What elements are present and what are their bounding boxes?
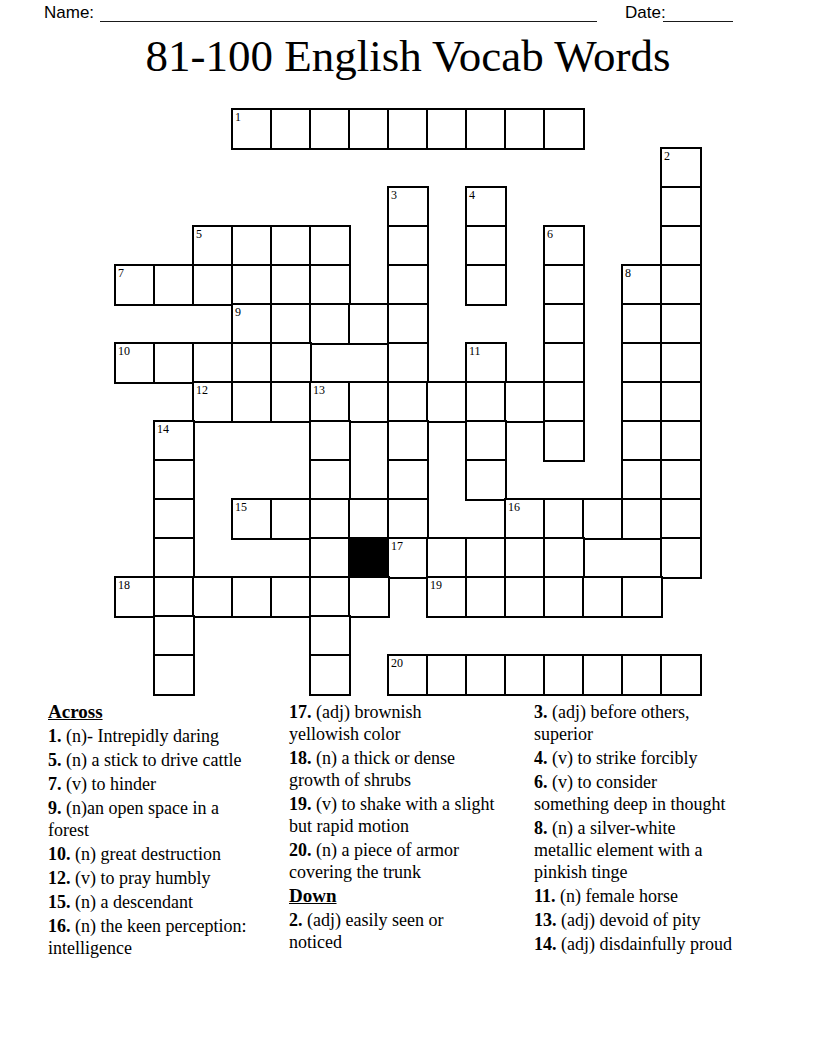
grid-cell[interactable] — [153, 264, 195, 306]
grid-cell[interactable] — [348, 303, 390, 345]
clue-text-line: (n) the keen perception: — [75, 916, 246, 936]
grid-cell[interactable] — [231, 381, 273, 423]
grid-cell[interactable] — [309, 225, 351, 267]
clue-down-2: 2. (adj) easily seen ornoticed — [289, 909, 541, 953]
clue-number-label: 13. — [534, 910, 557, 930]
clue-text-line: (adj) brownish — [316, 702, 421, 722]
name-input-line[interactable] — [100, 4, 597, 22]
clue-text-line: superior — [534, 724, 593, 744]
grid-cell[interactable] — [348, 498, 390, 540]
clue-number-label: 3. — [534, 702, 548, 722]
grid-cell[interactable] — [387, 459, 429, 501]
grid-cell[interactable] — [309, 420, 351, 462]
clue-number-label: 20. — [289, 840, 312, 860]
grid-clue-number: 14 — [157, 423, 169, 435]
grid-cell[interactable] — [660, 186, 702, 228]
grid-cell[interactable] — [465, 420, 507, 462]
grid-cell[interactable] — [660, 654, 702, 696]
grid-clue-number: 9 — [235, 306, 241, 318]
clue-text-line: (n)- Intrepidly daring — [66, 726, 219, 746]
clue-across-20: 20. (n) a piece of armorcovering the tru… — [289, 839, 541, 883]
grid-cell[interactable] — [270, 381, 312, 423]
grid-clue-number: 13 — [313, 384, 325, 396]
grid-cell[interactable] — [504, 537, 546, 579]
grid-clue-number: 15 — [235, 501, 247, 513]
clue-number-label: 14. — [534, 934, 557, 954]
grid-cell[interactable] — [465, 264, 507, 306]
down-heading: Down — [289, 885, 541, 907]
clue-text-line: (v) to hinder — [66, 774, 156, 794]
grid-cell[interactable] — [543, 108, 585, 150]
grid-cell[interactable] — [387, 264, 429, 306]
clues-column-2: 17. (adj) brownishyellowish color18. (n)… — [289, 701, 541, 955]
grid-cell[interactable] — [387, 498, 429, 540]
crossword-grid: 1234567891011121314151617181920 — [114, 108, 704, 698]
grid-cell[interactable] — [543, 654, 585, 696]
clue-number-label: 15. — [48, 892, 71, 912]
grid-cell[interactable] — [387, 420, 429, 462]
grid-cell[interactable] — [231, 342, 273, 384]
grid-cell[interactable] — [270, 498, 312, 540]
clue-text-line: (adj) devoid of pity — [561, 910, 700, 930]
grid-cell[interactable] — [582, 576, 624, 618]
grid-clue-number: 2 — [664, 150, 670, 162]
grid-cell[interactable] — [270, 108, 312, 150]
grid-cell[interactable] — [660, 420, 702, 462]
clue-text-line: (n) a silver-white — [552, 818, 676, 838]
grid-cell[interactable] — [660, 303, 702, 345]
grid-clue-number: 19 — [430, 579, 442, 591]
grid-cell-black — [348, 537, 390, 579]
clue-number-label: 16. — [48, 916, 71, 936]
date-label: Date: — [625, 3, 666, 23]
clue-number-label: 12. — [48, 868, 71, 888]
clue-text-line: (v) to consider — [552, 772, 657, 792]
clues-column-1: Across1. (n)- Intrepidly daring5. (n) a … — [48, 701, 274, 961]
clue-across-16: 16. (n) the keen perception:intelligence — [48, 915, 274, 959]
grid-cell[interactable] — [465, 381, 507, 423]
grid-cell[interactable] — [543, 420, 585, 462]
grid-cell[interactable] — [543, 381, 585, 423]
clue-text-line: yellowish color — [289, 724, 400, 744]
grid-cell[interactable] — [660, 381, 702, 423]
clue-text-line: (n) great destruction — [75, 844, 221, 864]
clue-down-14: 14. (adj) disdainfully proud — [534, 933, 784, 955]
clue-down-11: 11. (n) female horse — [534, 885, 784, 907]
grid-cell[interactable] — [504, 108, 546, 150]
across-heading: Across — [48, 701, 274, 723]
clue-number-label: 7. — [48, 774, 62, 794]
grid-cell[interactable] — [621, 498, 663, 540]
clue-text-line: intelligence — [48, 938, 132, 958]
grid-cell[interactable] — [621, 381, 663, 423]
clue-text-line: (n) a thick or dense — [316, 748, 455, 768]
grid-cell[interactable] — [426, 381, 468, 423]
clue-down-8: 8. (n) a silver-whitemetallic element wi… — [534, 817, 784, 883]
clue-across-5: 5. (n) a stick to drive cattle — [48, 749, 274, 771]
grid-clue-number: 7 — [118, 267, 124, 279]
grid-clue-number: 1 — [235, 111, 241, 123]
clue-text-line: growth of shrubs — [289, 770, 411, 790]
grid-cell[interactable] — [309, 537, 351, 579]
grid-cell[interactable] — [192, 342, 234, 384]
clue-across-19: 19. (v) to shake with a slightbut rapid … — [289, 793, 541, 837]
grid-cell[interactable] — [621, 459, 663, 501]
grid-cell[interactable] — [192, 576, 234, 618]
grid-cell[interactable] — [621, 576, 663, 618]
clue-number-label: 6. — [534, 772, 548, 792]
clue-number-label: 1. — [48, 726, 62, 746]
clue-number-label: 4. — [534, 748, 548, 768]
grid-cell[interactable] — [153, 342, 195, 384]
grid-cell[interactable] — [309, 459, 351, 501]
grid-cell[interactable] — [270, 576, 312, 618]
clue-across-10: 10. (n) great destruction — [48, 843, 274, 865]
grid-cell[interactable] — [504, 654, 546, 696]
clue-text-line: noticed — [289, 932, 342, 952]
clue-number-label: 9. — [48, 798, 62, 818]
grid-cell[interactable] — [543, 264, 585, 306]
grid-clue-number: 6 — [547, 228, 553, 240]
date-input-line[interactable] — [663, 4, 733, 22]
clue-text-line: (n) female horse — [560, 886, 678, 906]
grid-cell[interactable] — [153, 537, 195, 579]
clues-column-3: 3. (adj) before others,superior4. (v) to… — [534, 701, 784, 957]
grid-clue-number: 17 — [391, 540, 403, 552]
grid-cell[interactable] — [543, 576, 585, 618]
grid-cell[interactable] — [153, 459, 195, 501]
clue-text-line: (n) a stick to drive cattle — [66, 750, 241, 770]
grid-cell[interactable] — [621, 420, 663, 462]
clue-down-13: 13. (adj) devoid of pity — [534, 909, 784, 931]
grid-clue-number: 5 — [196, 228, 202, 240]
grid-clue-number: 10 — [118, 345, 130, 357]
clue-number-label: 18. — [289, 748, 312, 768]
grid-cell[interactable] — [309, 303, 351, 345]
grid-cell[interactable] — [543, 537, 585, 579]
grid-cell[interactable] — [387, 225, 429, 267]
grid-cell[interactable] — [504, 381, 546, 423]
clue-text-line: (n) a descendant — [75, 892, 193, 912]
grid-cell[interactable] — [660, 225, 702, 267]
clue-number-label: 17. — [289, 702, 312, 722]
clue-text-line: but rapid motion — [289, 816, 409, 836]
clue-number-label: 11. — [534, 886, 556, 906]
clue-text-line: forest — [48, 820, 89, 840]
grid-cell[interactable] — [504, 576, 546, 618]
grid-cell[interactable] — [465, 654, 507, 696]
clue-text-line: covering the trunk — [289, 862, 421, 882]
grid-cell[interactable] — [465, 225, 507, 267]
clue-number-label: 5. — [48, 750, 62, 770]
clue-number-label: 19. — [289, 794, 312, 814]
clue-text-line: (n)an open space in a — [66, 798, 219, 818]
grid-cell[interactable] — [387, 303, 429, 345]
grid-cell[interactable] — [426, 108, 468, 150]
grid-clue-number: 20 — [391, 657, 403, 669]
grid-cell[interactable] — [309, 498, 351, 540]
grid-cell[interactable] — [387, 381, 429, 423]
grid-cell[interactable] — [153, 498, 195, 540]
clue-down-4: 4. (v) to strike forcibly — [534, 747, 784, 769]
grid-clue-number: 4 — [469, 189, 475, 201]
grid-cell[interactable] — [231, 576, 273, 618]
grid-cell[interactable] — [543, 303, 585, 345]
grid-cell[interactable] — [621, 303, 663, 345]
grid-cell[interactable] — [192, 264, 234, 306]
clue-text-line: something deep in thought — [534, 794, 725, 814]
grid-cell[interactable] — [270, 303, 312, 345]
grid-cell[interactable] — [231, 225, 273, 267]
clue-text-line: (v) to strike forcibly — [552, 748, 697, 768]
grid-cell[interactable] — [231, 264, 273, 306]
clue-number-label: 8. — [534, 818, 548, 838]
grid-cell[interactable] — [621, 654, 663, 696]
grid-cell[interactable] — [270, 225, 312, 267]
grid-cell[interactable] — [660, 342, 702, 384]
grid-clue-number: 16 — [508, 501, 520, 513]
clue-across-15: 15. (n) a descendant — [48, 891, 274, 913]
clue-text-line: (adj) easily seen or — [307, 910, 443, 930]
clue-across-12: 12. (v) to pray humbly — [48, 867, 274, 889]
clue-text-line: (adj) disdainfully proud — [561, 934, 732, 954]
grid-clue-number: 8 — [625, 267, 631, 279]
clue-text-line: pinkish tinge — [534, 862, 628, 882]
clue-across-17: 17. (adj) brownishyellowish color — [289, 701, 541, 745]
grid-cell[interactable] — [543, 498, 585, 540]
grid-cell[interactable] — [153, 576, 195, 618]
clue-text-line: metallic element with a — [534, 840, 702, 860]
grid-cell[interactable] — [621, 342, 663, 384]
grid-cell[interactable] — [270, 264, 312, 306]
name-label: Name: — [44, 3, 94, 23]
grid-clue-number: 18 — [118, 579, 130, 591]
grid-cell[interactable] — [309, 615, 351, 657]
grid-clue-number: 11 — [469, 345, 481, 357]
grid-cell[interactable] — [582, 654, 624, 696]
grid-cell[interactable] — [465, 108, 507, 150]
grid-cell[interactable] — [582, 498, 624, 540]
grid-clue-number: 12 — [196, 384, 208, 396]
grid-cell[interactable] — [153, 654, 195, 696]
grid-cell[interactable] — [660, 264, 702, 306]
grid-cell[interactable] — [348, 381, 390, 423]
grid-cell[interactable] — [387, 342, 429, 384]
grid-cell[interactable] — [348, 108, 390, 150]
clue-across-18: 18. (n) a thick or densegrowth of shrubs — [289, 747, 541, 791]
grid-clue-number: 3 — [391, 189, 397, 201]
clue-text-line: (adj) before others, — [552, 702, 689, 722]
clue-number-label: 2. — [289, 910, 303, 930]
grid-cell[interactable] — [660, 537, 702, 579]
clue-across-9: 9. (n)an open space in aforest — [48, 797, 274, 841]
worksheet-page: Name: Date: 81-100 English Vocab Words 1… — [0, 0, 816, 1056]
grid-cell[interactable] — [153, 615, 195, 657]
clue-down-3: 3. (adj) before others,superior — [534, 701, 784, 745]
clue-number-label: 10. — [48, 844, 71, 864]
clue-down-6: 6. (v) to considersomething deep in thou… — [534, 771, 784, 815]
grid-cell[interactable] — [348, 576, 390, 618]
clue-across-1: 1. (n)- Intrepidly daring — [48, 725, 274, 747]
grid-cell[interactable] — [270, 342, 312, 384]
grid-cell[interactable] — [660, 498, 702, 540]
grid-cell[interactable] — [465, 537, 507, 579]
page-title: 81-100 English Vocab Words — [0, 30, 816, 82]
grid-cell[interactable] — [660, 459, 702, 501]
grid-cell[interactable] — [465, 459, 507, 501]
clue-text-line: (n) a piece of armor — [316, 840, 459, 860]
grid-cell[interactable] — [309, 108, 351, 150]
grid-cell[interactable] — [309, 264, 351, 306]
grid-cell[interactable] — [465, 576, 507, 618]
grid-cell[interactable] — [426, 654, 468, 696]
grid-cell[interactable] — [309, 576, 351, 618]
grid-cell[interactable] — [426, 537, 468, 579]
grid-cell[interactable] — [309, 654, 351, 696]
clue-across-7: 7. (v) to hinder — [48, 773, 274, 795]
grid-cell[interactable] — [387, 108, 429, 150]
clue-text-line: (v) to pray humbly — [75, 868, 210, 888]
grid-cell[interactable] — [543, 342, 585, 384]
clue-text-line: (v) to shake with a slight — [316, 794, 494, 814]
